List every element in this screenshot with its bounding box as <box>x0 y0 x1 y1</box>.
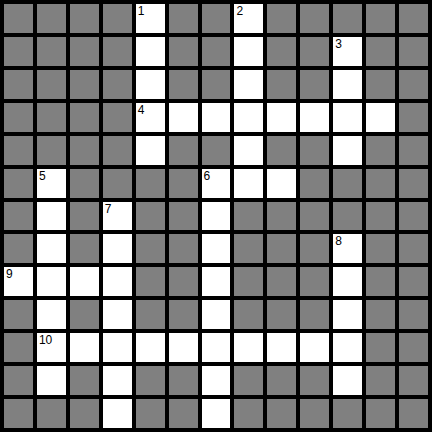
clue-number-8: 8 <box>335 235 342 247</box>
cell-r5-c10 <box>333 169 362 198</box>
cell-r4-c9 <box>300 136 329 165</box>
cell-r9-c4 <box>136 300 165 329</box>
clue-number-5: 5 <box>39 170 46 182</box>
cell-r5-c11 <box>366 169 395 198</box>
cell-r10-c7[interactable] <box>234 333 263 362</box>
cell-r8-c11 <box>366 267 395 296</box>
cell-r10-c1[interactable]: 10 <box>37 333 66 362</box>
clue-number-1: 1 <box>138 5 145 17</box>
cell-r1-c0 <box>4 37 33 66</box>
cell-r3-c11[interactable] <box>366 103 395 132</box>
cell-r3-c2 <box>70 103 99 132</box>
cell-r8-c7 <box>234 267 263 296</box>
cell-r0-c1 <box>37 4 66 33</box>
cell-r5-c12 <box>399 169 428 198</box>
cell-r12-c3[interactable] <box>103 399 132 428</box>
cell-r2-c7[interactable] <box>234 70 263 99</box>
cell-r12-c1 <box>37 399 66 428</box>
cell-r12-c6[interactable] <box>202 399 231 428</box>
cell-r5-c6[interactable]: 6 <box>202 169 231 198</box>
cell-r1-c12 <box>399 37 428 66</box>
cell-r2-c3 <box>103 70 132 99</box>
cell-r10-c4[interactable] <box>136 333 165 362</box>
cell-r11-c2 <box>70 366 99 395</box>
cell-r8-c10[interactable] <box>333 267 362 296</box>
cell-r10-c2[interactable] <box>70 333 99 362</box>
cell-r12-c11 <box>366 399 395 428</box>
cell-r7-c9 <box>300 234 329 263</box>
cell-r9-c5 <box>169 300 198 329</box>
cell-r7-c12 <box>399 234 428 263</box>
cell-r12-c4 <box>136 399 165 428</box>
cell-r1-c2 <box>70 37 99 66</box>
cell-r3-c4[interactable]: 4 <box>136 103 165 132</box>
cell-r7-c0 <box>4 234 33 263</box>
cell-r5-c2 <box>70 169 99 198</box>
cell-r7-c3[interactable] <box>103 234 132 263</box>
cell-r0-c11 <box>366 4 395 33</box>
cell-r8-c0[interactable]: 9 <box>4 267 33 296</box>
cell-r10-c9[interactable] <box>300 333 329 362</box>
cell-r11-c9 <box>300 366 329 395</box>
cell-r0-c5 <box>169 4 198 33</box>
cell-r3-c9[interactable] <box>300 103 329 132</box>
cell-r6-c5 <box>169 202 198 231</box>
cell-r0-c0 <box>4 4 33 33</box>
cell-r0-c2 <box>70 4 99 33</box>
cell-r4-c5 <box>169 136 198 165</box>
cell-r1-c10[interactable]: 3 <box>333 37 362 66</box>
cell-r11-c5 <box>169 366 198 395</box>
cell-r8-c1[interactable] <box>37 267 66 296</box>
cell-r9-c1[interactable] <box>37 300 66 329</box>
cell-r10-c0 <box>4 333 33 362</box>
cell-r7-c1[interactable] <box>37 234 66 263</box>
cell-r5-c1[interactable]: 5 <box>37 169 66 198</box>
cell-r6-c4 <box>136 202 165 231</box>
clue-number-10: 10 <box>39 334 52 346</box>
cell-r4-c10[interactable] <box>333 136 362 165</box>
cell-r1-c8 <box>267 37 296 66</box>
cell-r8-c5 <box>169 267 198 296</box>
cell-r6-c8 <box>267 202 296 231</box>
clue-number-7: 7 <box>105 203 112 215</box>
cell-r8-c4 <box>136 267 165 296</box>
cell-r5-c0 <box>4 169 33 198</box>
cell-r7-c8 <box>267 234 296 263</box>
cell-r7-c11 <box>366 234 395 263</box>
cell-r12-c5 <box>169 399 198 428</box>
cell-r1-c9 <box>300 37 329 66</box>
cell-r1-c1 <box>37 37 66 66</box>
cell-r4-c7[interactable] <box>234 136 263 165</box>
cell-r8-c12 <box>399 267 428 296</box>
cell-r12-c8 <box>267 399 296 428</box>
cell-r7-c10[interactable]: 8 <box>333 234 362 263</box>
cell-r0-c3 <box>103 4 132 33</box>
clue-number-4: 4 <box>138 104 145 116</box>
cell-r3-c6[interactable] <box>202 103 231 132</box>
cell-r10-c11 <box>366 333 395 362</box>
cell-r9-c6[interactable] <box>202 300 231 329</box>
cell-r5-c5 <box>169 169 198 198</box>
cell-r9-c12 <box>399 300 428 329</box>
clue-number-6: 6 <box>204 170 211 182</box>
cell-r1-c6 <box>202 37 231 66</box>
cell-r6-c11 <box>366 202 395 231</box>
cell-r12-c10 <box>333 399 362 428</box>
cell-r3-c12 <box>399 103 428 132</box>
cell-r11-c6[interactable] <box>202 366 231 395</box>
cell-r9-c7 <box>234 300 263 329</box>
cell-r0-c6 <box>202 4 231 33</box>
cell-r2-c1 <box>37 70 66 99</box>
cell-r12-c0 <box>4 399 33 428</box>
cell-r1-c3 <box>103 37 132 66</box>
cell-r11-c0 <box>4 366 33 395</box>
cell-r12-c2 <box>70 399 99 428</box>
cell-r2-c6 <box>202 70 231 99</box>
cell-r2-c12 <box>399 70 428 99</box>
cell-r1-c7[interactable] <box>234 37 263 66</box>
cell-r0-c12 <box>399 4 428 33</box>
cell-r10-c6[interactable] <box>202 333 231 362</box>
cell-r2-c5 <box>169 70 198 99</box>
cell-r9-c8 <box>267 300 296 329</box>
cell-r9-c9 <box>300 300 329 329</box>
cell-r10-c12 <box>399 333 428 362</box>
cell-r3-c1 <box>37 103 66 132</box>
cell-r11-c11 <box>366 366 395 395</box>
cell-r5-c4 <box>136 169 165 198</box>
cell-r6-c6[interactable] <box>202 202 231 231</box>
cell-r2-c9 <box>300 70 329 99</box>
cell-r12-c12 <box>399 399 428 428</box>
cell-r5-c8[interactable] <box>267 169 296 198</box>
cell-r4-c8 <box>267 136 296 165</box>
cell-r4-c0 <box>4 136 33 165</box>
cell-r5-c3 <box>103 169 132 198</box>
cell-r8-c9 <box>300 267 329 296</box>
cell-r0-c4[interactable]: 1 <box>136 4 165 33</box>
cell-r11-c7 <box>234 366 263 395</box>
cell-r9-c10[interactable] <box>333 300 362 329</box>
cell-r11-c4 <box>136 366 165 395</box>
cell-r4-c4[interactable] <box>136 136 165 165</box>
cell-r1-c5 <box>169 37 198 66</box>
cell-r2-c4[interactable] <box>136 70 165 99</box>
cell-r12-c9 <box>300 399 329 428</box>
cell-r7-c6[interactable] <box>202 234 231 263</box>
cell-r8-c3[interactable] <box>103 267 132 296</box>
clue-number-3: 3 <box>335 38 342 50</box>
cell-r10-c5[interactable] <box>169 333 198 362</box>
cell-r6-c12 <box>399 202 428 231</box>
cell-r0-c9 <box>300 4 329 33</box>
cell-r8-c8 <box>267 267 296 296</box>
cell-r2-c11 <box>366 70 395 99</box>
cell-r7-c2 <box>70 234 99 263</box>
cell-r3-c5[interactable] <box>169 103 198 132</box>
crossword-grid: 12345678910 <box>0 0 432 432</box>
cell-r5-c9 <box>300 169 329 198</box>
cell-r4-c6 <box>202 136 231 165</box>
cell-r2-c8 <box>267 70 296 99</box>
cell-r9-c2 <box>70 300 99 329</box>
cell-r6-c2 <box>70 202 99 231</box>
cell-r6-c9 <box>300 202 329 231</box>
cell-r1-c4[interactable] <box>136 37 165 66</box>
cell-r2-c10[interactable] <box>333 70 362 99</box>
cell-r2-c2 <box>70 70 99 99</box>
cell-r6-c7 <box>234 202 263 231</box>
cell-r8-c6[interactable] <box>202 267 231 296</box>
cell-r3-c0 <box>4 103 33 132</box>
cell-r10-c10[interactable] <box>333 333 362 362</box>
cell-r6-c0 <box>4 202 33 231</box>
cell-r6-c10 <box>333 202 362 231</box>
cell-r9-c0 <box>4 300 33 329</box>
cell-r12-c7 <box>234 399 263 428</box>
cell-r3-c8[interactable] <box>267 103 296 132</box>
cell-r0-c7[interactable]: 2 <box>234 4 263 33</box>
cell-r4-c11 <box>366 136 395 165</box>
cell-r10-c8[interactable] <box>267 333 296 362</box>
cell-r11-c12 <box>399 366 428 395</box>
cell-r9-c11 <box>366 300 395 329</box>
cell-r3-c10[interactable] <box>333 103 362 132</box>
cell-r1-c11 <box>366 37 395 66</box>
cell-r6-c3[interactable]: 7 <box>103 202 132 231</box>
cell-r4-c3 <box>103 136 132 165</box>
cell-r5-c7[interactable] <box>234 169 263 198</box>
cell-r7-c4 <box>136 234 165 263</box>
cell-r3-c3 <box>103 103 132 132</box>
cell-r6-c1[interactable] <box>37 202 66 231</box>
cell-r11-c3[interactable] <box>103 366 132 395</box>
cell-r4-c2 <box>70 136 99 165</box>
cell-r0-c10 <box>333 4 362 33</box>
cell-r3-c7[interactable] <box>234 103 263 132</box>
cell-r2-c0 <box>4 70 33 99</box>
cell-r11-c1[interactable] <box>37 366 66 395</box>
cell-r4-c1 <box>37 136 66 165</box>
cell-r9-c3[interactable] <box>103 300 132 329</box>
cell-r0-c8 <box>267 4 296 33</box>
cell-r11-c8 <box>267 366 296 395</box>
clue-number-2: 2 <box>236 5 243 17</box>
cell-r7-c5 <box>169 234 198 263</box>
cell-r4-c12 <box>399 136 428 165</box>
cell-r7-c7 <box>234 234 263 263</box>
cell-r10-c3[interactable] <box>103 333 132 362</box>
cell-r11-c10[interactable] <box>333 366 362 395</box>
cell-r8-c2[interactable] <box>70 267 99 296</box>
clue-number-9: 9 <box>6 268 13 280</box>
